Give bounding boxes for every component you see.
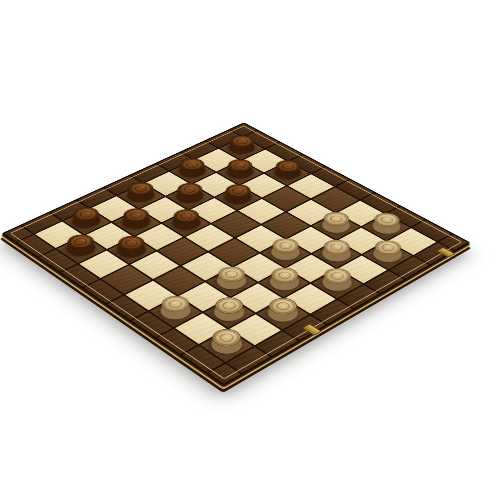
black-man-glyph: ⛂ (279, 162, 297, 171)
white-man-glyph: ⛀ (275, 270, 295, 282)
square-r1c3[interactable] (264, 186, 310, 210)
square-r0c1[interactable] (242, 149, 286, 172)
square-r3c0[interactable] (145, 172, 190, 196)
square-r2c3[interactable] (238, 199, 285, 224)
square-r0c3[interactable] (288, 174, 333, 198)
photo-background: ⛂⛂⛀⛂⛀⛀⛂⛂⛀⛂⛀⛀⛂⛂⛀⛂⛀⛀⛂⛂⛀⛂⛀⛀ (0, 0, 500, 500)
dark-checker-top: ⛂ (68, 204, 104, 224)
dark-checker-top: ⛂ (271, 157, 306, 175)
light-checker-top: ⛀ (318, 209, 355, 229)
dark-checker-side (221, 162, 258, 181)
black-man-glyph: ⛂ (71, 236, 91, 247)
white-man-glyph: ⛀ (216, 331, 238, 344)
white-man-glyph: ⛀ (378, 242, 398, 253)
dark-checker-side (219, 187, 257, 207)
dark-checker-top: ⛂ (168, 206, 204, 226)
square-r4c3[interactable] (186, 224, 234, 250)
white-man-glyph: ⛀ (273, 300, 294, 312)
white-man-glyph: ⛀ (377, 215, 396, 225)
square-r5c1[interactable] (113, 210, 160, 236)
board-frame (207, 130, 242, 147)
white-man-glyph: ⛀ (327, 270, 347, 282)
piece-dark-r4c2[interactable]: ⛂ (168, 214, 204, 234)
square-r2c2[interactable] (215, 186, 261, 210)
square-r2c1[interactable] (192, 173, 237, 197)
white-man-glyph: ⛀ (219, 299, 240, 311)
black-man-glyph: ⛂ (131, 184, 150, 194)
square-r3c3[interactable] (213, 212, 260, 238)
white-man-glyph: ⛀ (165, 298, 186, 310)
square-r0c2[interactable] (265, 162, 310, 185)
board-frame (231, 124, 256, 137)
board-frame (413, 220, 451, 241)
board-frame (182, 141, 217, 159)
square-r0c4[interactable] (312, 187, 358, 212)
black-man-glyph: ⛂ (233, 137, 251, 146)
board-frame (131, 164, 167, 182)
dark-checker-top: ⛂ (220, 181, 255, 200)
black-man-glyph: ⛂ (126, 210, 145, 220)
dark-checker-top: ⛂ (118, 205, 154, 225)
square-r3c2[interactable] (189, 198, 235, 223)
light-checker-side (316, 215, 355, 236)
dark-checker-side (117, 211, 156, 232)
piece-light-r0c6[interactable]: ⛀ (368, 217, 404, 237)
dark-checker-top: ⛂ (175, 156, 210, 174)
piece-light-r1c5[interactable]: ⛀ (318, 217, 354, 237)
board-frame (361, 193, 398, 213)
black-man-glyph: ⛂ (231, 161, 249, 170)
black-man-glyph: ⛂ (180, 185, 199, 195)
black-man-glyph: ⛂ (177, 211, 196, 221)
white-man-glyph: ⛀ (276, 240, 296, 251)
piece-dark-r2c2[interactable]: ⛂ (220, 189, 255, 208)
piece-dark-r2c0[interactable]: ⛂ (175, 163, 209, 181)
square-r4c2[interactable] (163, 211, 210, 237)
board-frame (50, 200, 88, 220)
square-r1c5[interactable] (312, 213, 359, 239)
piece-dark-r0c0[interactable]: ⛂ (225, 140, 259, 157)
square-r0c0[interactable] (220, 137, 264, 159)
dark-checker-side (171, 186, 209, 206)
board-frame (289, 155, 324, 173)
piece-dark-r0c2[interactable]: ⛂ (271, 165, 306, 183)
square-r4c0[interactable] (118, 184, 164, 208)
dark-checker-top: ⛂ (172, 180, 207, 199)
board-frame (22, 213, 61, 233)
square-r3c1[interactable] (167, 185, 213, 209)
square-r0c5[interactable] (337, 201, 384, 226)
dark-checker-side (224, 138, 260, 156)
square-r1c4[interactable] (288, 200, 335, 225)
board: ⛂⛂⛀⛂⛀⛀⛂⛂⛀⛂⛀⛀⛂⛂⛀⛂⛀⛀⛂⛂⛀⛂⛀⛀ (1, 122, 470, 385)
board-scene: ⛂⛂⛀⛂⛀⛀⛂⛂⛀⛂⛀⛀⛂⛂⛀⛂⛀⛀⛂⛂⛀⛂⛀⛀ (0, 0, 500, 500)
board-frame (313, 167, 349, 186)
dark-checker-side (269, 163, 306, 182)
black-man-glyph: ⛂ (183, 160, 201, 169)
board-frame (157, 153, 193, 171)
dark-checker-top: ⛂ (223, 157, 258, 175)
square-r5c0[interactable] (91, 196, 137, 221)
board-frame (387, 206, 425, 226)
board-frame (105, 176, 142, 195)
square-r1c1[interactable] (218, 161, 263, 184)
white-man-glyph: ⛀ (327, 242, 347, 253)
piece-dark-r4c0[interactable]: ⛂ (123, 187, 158, 206)
square-r6c0[interactable] (63, 209, 110, 235)
square-r1c2[interactable] (240, 174, 285, 198)
piece-dark-r1c1[interactable]: ⛂ (223, 164, 257, 182)
black-man-glyph: ⛂ (229, 186, 248, 196)
black-man-glyph: ⛂ (121, 238, 141, 249)
board-frame (337, 180, 374, 199)
dark-checker-side (174, 161, 211, 180)
piece-light-r5c7[interactable]: ⛀ (263, 302, 302, 325)
square-r2c4[interactable] (262, 212, 309, 238)
black-man-glyph: ⛂ (76, 209, 95, 219)
piece-dark-r3c1[interactable]: ⛂ (172, 188, 207, 207)
piece-dark-r6c0[interactable]: ⛂ (68, 212, 104, 232)
piece-dark-r5c1[interactable]: ⛂ (118, 213, 154, 233)
light-checker-side (367, 216, 406, 237)
square-r0c6[interactable] (362, 214, 409, 240)
square-r1c0[interactable] (196, 149, 240, 172)
square-r2c0[interactable] (170, 160, 215, 183)
light-checker-top: ⛀ (369, 210, 406, 230)
board-frame (266, 143, 301, 161)
white-man-glyph: ⛀ (327, 214, 346, 224)
dark-checker-side (67, 210, 106, 231)
board-frame (244, 131, 278, 148)
white-man-glyph: ⛀ (221, 268, 241, 280)
dark-checker-side (122, 185, 160, 205)
dark-checker-top: ⛂ (123, 179, 158, 198)
dark-checker-side (167, 212, 206, 233)
square-r4c1[interactable] (140, 197, 186, 222)
dark-checker-top: ⛂ (225, 133, 259, 150)
board-frame (78, 188, 116, 207)
